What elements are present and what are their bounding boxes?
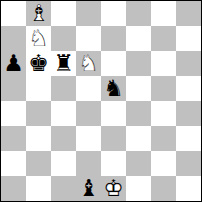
square-e1[interactable]: ♚♔ xyxy=(101,176,126,201)
square-e8[interactable] xyxy=(101,1,126,26)
square-b2[interactable] xyxy=(26,151,51,176)
king-glyph: ♚ xyxy=(26,51,51,76)
square-g4[interactable] xyxy=(151,101,176,126)
square-f5[interactable] xyxy=(126,76,151,101)
piece-white-knight[interactable]: ♞♘ xyxy=(76,51,101,76)
square-h5[interactable] xyxy=(176,76,201,101)
square-g3[interactable] xyxy=(151,126,176,151)
square-c2[interactable] xyxy=(51,151,76,176)
rook-glyph: ♜ xyxy=(51,51,76,76)
square-b8[interactable]: ♝♗ xyxy=(26,1,51,26)
square-a1[interactable] xyxy=(1,176,26,201)
piece-black-rook[interactable]: ♜ xyxy=(51,51,76,76)
square-a8[interactable] xyxy=(1,1,26,26)
piece-white-knight[interactable]: ♞♘ xyxy=(26,26,51,51)
piece-black-king[interactable]: ♚ xyxy=(26,51,51,76)
square-d3[interactable] xyxy=(76,126,101,151)
square-h3[interactable] xyxy=(176,126,201,151)
chess-board: ♝♗♞♘♟♚♜♞♘♞♝♚♔ xyxy=(0,0,202,202)
square-f4[interactable] xyxy=(126,101,151,126)
piece-black-bishop[interactable]: ♝ xyxy=(76,176,101,201)
square-e7[interactable] xyxy=(101,26,126,51)
piece-black-knight[interactable]: ♞ xyxy=(101,76,126,101)
square-h1[interactable] xyxy=(176,176,201,201)
square-b5[interactable] xyxy=(26,76,51,101)
knight-glyph-outline: ♘ xyxy=(76,51,101,76)
knight-glyph: ♞ xyxy=(101,76,126,101)
square-e4[interactable] xyxy=(101,101,126,126)
square-c8[interactable] xyxy=(51,1,76,26)
square-b6[interactable]: ♚ xyxy=(26,51,51,76)
piece-black-pawn[interactable]: ♟ xyxy=(1,51,26,76)
square-g2[interactable] xyxy=(151,151,176,176)
pawn-glyph: ♟ xyxy=(1,51,26,76)
square-g7[interactable] xyxy=(151,26,176,51)
square-f8[interactable] xyxy=(126,1,151,26)
square-e5[interactable]: ♞ xyxy=(101,76,126,101)
square-h7[interactable] xyxy=(176,26,201,51)
square-b1[interactable] xyxy=(26,176,51,201)
square-c7[interactable] xyxy=(51,26,76,51)
square-c1[interactable] xyxy=(51,176,76,201)
square-f1[interactable] xyxy=(126,176,151,201)
square-f3[interactable] xyxy=(126,126,151,151)
square-h4[interactable] xyxy=(176,101,201,126)
square-g6[interactable] xyxy=(151,51,176,76)
square-d7[interactable] xyxy=(76,26,101,51)
square-b3[interactable] xyxy=(26,126,51,151)
square-g5[interactable] xyxy=(151,76,176,101)
square-d4[interactable] xyxy=(76,101,101,126)
bishop-glyph: ♝ xyxy=(76,176,101,201)
square-c4[interactable] xyxy=(51,101,76,126)
square-c5[interactable] xyxy=(51,76,76,101)
square-b7[interactable]: ♞♘ xyxy=(26,26,51,51)
square-h6[interactable] xyxy=(176,51,201,76)
square-a3[interactable] xyxy=(1,126,26,151)
square-e3[interactable] xyxy=(101,126,126,151)
bishop-glyph-outline: ♗ xyxy=(26,1,51,26)
square-b4[interactable] xyxy=(26,101,51,126)
square-a7[interactable] xyxy=(1,26,26,51)
square-d5[interactable] xyxy=(76,76,101,101)
square-h8[interactable] xyxy=(176,1,201,26)
knight-glyph-outline: ♘ xyxy=(26,26,51,51)
square-h2[interactable] xyxy=(176,151,201,176)
chess-diagram: ♝♗♞♘♟♚♜♞♘♞♝♚♔ xyxy=(0,0,202,202)
square-f2[interactable] xyxy=(126,151,151,176)
square-a6[interactable]: ♟ xyxy=(1,51,26,76)
piece-white-bishop[interactable]: ♝♗ xyxy=(26,1,51,26)
square-e2[interactable] xyxy=(101,151,126,176)
square-d1[interactable]: ♝ xyxy=(76,176,101,201)
square-f7[interactable] xyxy=(126,26,151,51)
square-g1[interactable] xyxy=(151,176,176,201)
square-d8[interactable] xyxy=(76,1,101,26)
king-glyph-outline: ♔ xyxy=(101,176,126,201)
square-f6[interactable] xyxy=(126,51,151,76)
square-g8[interactable] xyxy=(151,1,176,26)
piece-white-king[interactable]: ♚♔ xyxy=(101,176,126,201)
square-c6[interactable]: ♜ xyxy=(51,51,76,76)
square-c3[interactable] xyxy=(51,126,76,151)
square-a2[interactable] xyxy=(1,151,26,176)
square-e6[interactable] xyxy=(101,51,126,76)
square-d6[interactable]: ♞♘ xyxy=(76,51,101,76)
square-d2[interactable] xyxy=(76,151,101,176)
square-a4[interactable] xyxy=(1,101,26,126)
square-a5[interactable] xyxy=(1,76,26,101)
